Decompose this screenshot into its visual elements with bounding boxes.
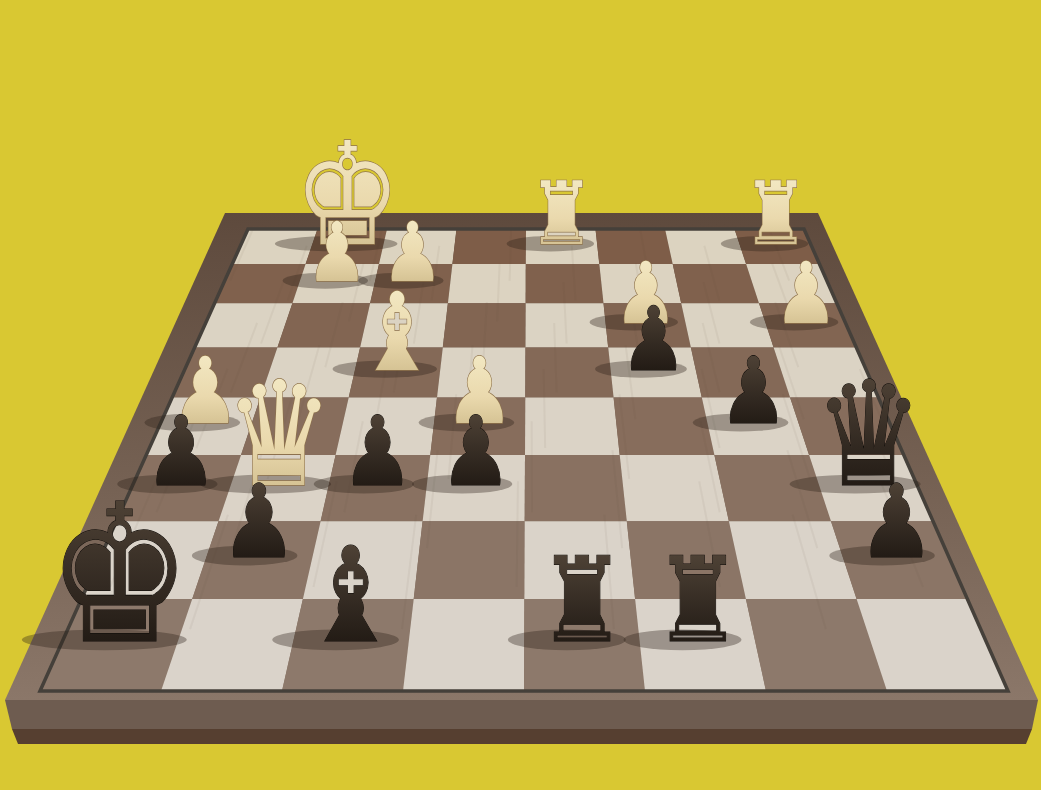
- piece-white-bishop-f4[interactable]: ♝: [356, 269, 438, 396]
- piece-white-rook-d1[interactable]: ♜: [529, 163, 595, 265]
- square-e7[interactable]: [414, 521, 525, 599]
- board-front-strip: [12, 729, 1032, 744]
- piece-black-bishop-f8[interactable]: ♝: [301, 519, 400, 673]
- square-d5[interactable]: [525, 398, 620, 455]
- wood-grain-streak: [517, 481, 518, 587]
- piece-black-pawn-e6[interactable]: ♟: [439, 395, 512, 508]
- square-c6[interactable]: [620, 455, 729, 521]
- square-e2[interactable]: [448, 264, 526, 303]
- board-front-face: [5, 700, 1038, 729]
- piece-black-pawn-f6[interactable]: ♟: [341, 395, 414, 508]
- piece-black-pawn-b5[interactable]: ♟: [719, 338, 789, 445]
- piece-black-king-h8[interactable]: ♚: [47, 462, 192, 686]
- piece-black-rook-d8[interactable]: ♜: [538, 532, 627, 670]
- piece-black-rook-c8[interactable]: ♜: [653, 532, 742, 670]
- piece-black-pawn-a7[interactable]: ♟: [858, 462, 935, 580]
- chess-board: ♚♜♜♟♟♟♟♝♟♟♟♟♛♛♟♟♟♟♟♚♝♜♜: [0, 0, 1041, 790]
- piece-black-pawn-c4[interactable]: ♟: [620, 287, 687, 390]
- square-d6[interactable]: [525, 455, 627, 521]
- piece-white-pawn-a3[interactable]: ♟: [774, 244, 838, 344]
- piece-black-pawn-g7[interactable]: ♟: [221, 462, 298, 580]
- square-e8[interactable]: [403, 599, 524, 691]
- chess-scene: ♚♜♜♟♟♟♟♝♟♟♟♟♛♛♟♟♟♟♟♚♝♜♜: [0, 0, 1041, 790]
